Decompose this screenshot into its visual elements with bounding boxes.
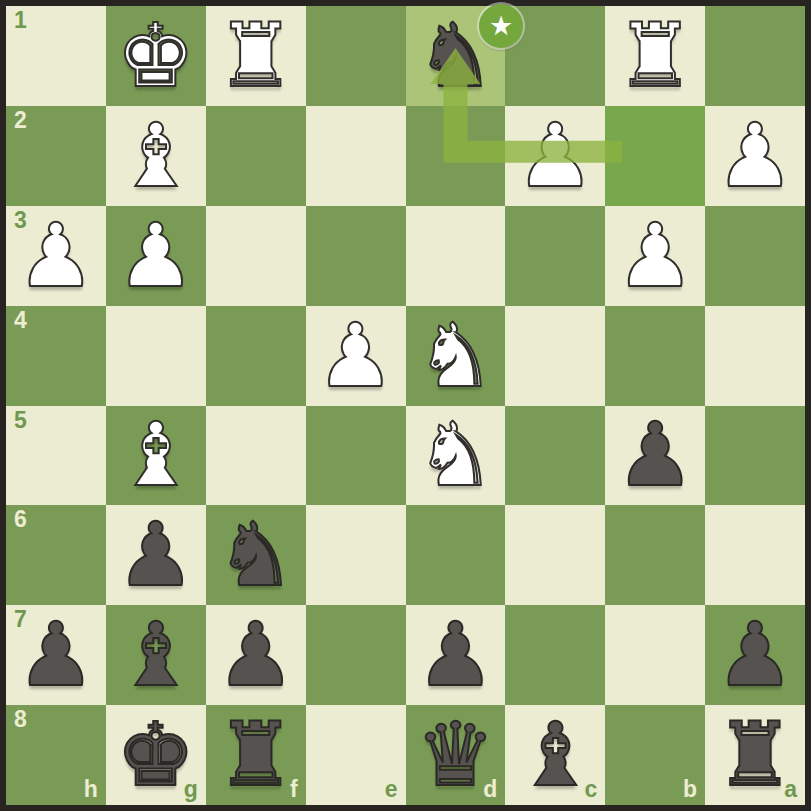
piece-white-pawn[interactable]: ♟: [716, 112, 795, 200]
square-c6[interactable]: [505, 505, 605, 605]
square-a8[interactable]: a♜: [705, 705, 805, 805]
square-d6[interactable]: [406, 505, 506, 605]
square-c8[interactable]: c♝: [505, 705, 605, 805]
square-f1[interactable]: ♜: [206, 6, 306, 106]
square-e7[interactable]: [306, 605, 406, 705]
square-a3[interactable]: [705, 206, 805, 306]
square-h2[interactable]: 2: [6, 106, 106, 206]
piece-white-bishop[interactable]: ♝: [116, 411, 195, 499]
square-d2[interactable]: [406, 106, 506, 206]
file-label-e: e: [385, 778, 398, 801]
rank-label-1: 1: [14, 9, 27, 32]
square-h7[interactable]: 7♟: [6, 605, 106, 705]
piece-white-pawn[interactable]: ♟: [316, 312, 395, 400]
piece-white-king[interactable]: ♚: [116, 12, 195, 100]
square-c2[interactable]: ♟: [505, 106, 605, 206]
square-g6[interactable]: ♟: [106, 505, 206, 605]
piece-white-pawn[interactable]: ♟: [616, 212, 695, 300]
square-d3[interactable]: [406, 206, 506, 306]
square-f7[interactable]: ♟: [206, 605, 306, 705]
piece-black-rook[interactable]: ♜: [216, 711, 295, 799]
square-a4[interactable]: [705, 306, 805, 406]
piece-white-pawn[interactable]: ♟: [516, 112, 595, 200]
square-d8[interactable]: d♛: [406, 705, 506, 805]
piece-black-pawn[interactable]: ♟: [16, 611, 95, 699]
square-h5[interactable]: 5: [6, 406, 106, 506]
square-h6[interactable]: 6: [6, 505, 106, 605]
square-b5[interactable]: ♟: [605, 406, 705, 506]
piece-black-pawn[interactable]: ♟: [416, 611, 495, 699]
piece-white-rook[interactable]: ♜: [216, 12, 295, 100]
square-b2[interactable]: [605, 106, 705, 206]
rank-label-6: 6: [14, 508, 27, 531]
square-c4[interactable]: [505, 306, 605, 406]
piece-white-knight[interactable]: ♞: [416, 411, 495, 499]
square-g5[interactable]: ♝: [106, 406, 206, 506]
square-a6[interactable]: [705, 505, 805, 605]
piece-black-knight[interactable]: ♞: [216, 511, 295, 599]
best-move-badge: ★: [479, 4, 523, 48]
square-b3[interactable]: ♟: [605, 206, 705, 306]
file-label-h: h: [84, 778, 98, 801]
square-g3[interactable]: ♟: [106, 206, 206, 306]
square-b4[interactable]: [605, 306, 705, 406]
square-e2[interactable]: [306, 106, 406, 206]
rank-label-5: 5: [14, 409, 27, 432]
square-e6[interactable]: [306, 505, 406, 605]
rank-label-8: 8: [14, 708, 27, 731]
square-f8[interactable]: f♜: [206, 705, 306, 805]
square-g7[interactable]: ♝: [106, 605, 206, 705]
rank-label-4: 4: [14, 309, 27, 332]
square-d7[interactable]: ♟: [406, 605, 506, 705]
piece-white-knight[interactable]: ♞: [416, 312, 495, 400]
file-label-b: b: [683, 778, 697, 801]
square-f5[interactable]: [206, 406, 306, 506]
piece-white-bishop[interactable]: ♝: [116, 112, 195, 200]
square-e1[interactable]: [306, 6, 406, 106]
piece-black-pawn[interactable]: ♟: [616, 411, 695, 499]
piece-black-bishop[interactable]: ♝: [516, 711, 595, 799]
square-a7[interactable]: ♟: [705, 605, 805, 705]
square-c7[interactable]: [505, 605, 605, 705]
square-h3[interactable]: 3♟: [6, 206, 106, 306]
square-h4[interactable]: 4: [6, 306, 106, 406]
square-f3[interactable]: [206, 206, 306, 306]
square-g8[interactable]: g♚: [106, 705, 206, 805]
square-e5[interactable]: [306, 406, 406, 506]
piece-black-queen[interactable]: ♛: [416, 711, 495, 799]
piece-black-bishop[interactable]: ♝: [116, 611, 195, 699]
square-b6[interactable]: [605, 505, 705, 605]
square-a5[interactable]: [705, 406, 805, 506]
square-a2[interactable]: ♟: [705, 106, 805, 206]
square-e4[interactable]: ♟: [306, 306, 406, 406]
star-icon: ★: [489, 12, 513, 39]
square-c3[interactable]: [505, 206, 605, 306]
square-g4[interactable]: [106, 306, 206, 406]
square-g2[interactable]: ♝: [106, 106, 206, 206]
square-h8[interactable]: 8h: [6, 705, 106, 805]
square-b7[interactable]: [605, 605, 705, 705]
square-d5[interactable]: ♞: [406, 406, 506, 506]
square-a1[interactable]: [705, 6, 805, 106]
piece-black-pawn[interactable]: ♟: [216, 611, 295, 699]
square-e3[interactable]: [306, 206, 406, 306]
square-b1[interactable]: ♜: [605, 6, 705, 106]
rank-label-2: 2: [14, 109, 27, 132]
square-g1[interactable]: ♚: [106, 6, 206, 106]
chess-app-stage: 1♚♜♞♜2♝♟♟3♟♟♟4♟♞5♝♞♟6♟♞7♟♝♟♟♟8hg♚f♜ed♛c♝…: [0, 0, 811, 811]
piece-black-rook[interactable]: ♜: [716, 711, 795, 799]
square-f2[interactable]: [206, 106, 306, 206]
square-h1[interactable]: 1: [6, 6, 106, 106]
chess-board: 1♚♜♞♜2♝♟♟3♟♟♟4♟♞5♝♞♟6♟♞7♟♝♟♟♟8hg♚f♜ed♛c♝…: [6, 6, 805, 805]
piece-white-pawn[interactable]: ♟: [116, 212, 195, 300]
square-f6[interactable]: ♞: [206, 505, 306, 605]
piece-black-king[interactable]: ♚: [116, 711, 195, 799]
square-c5[interactable]: [505, 406, 605, 506]
piece-white-rook[interactable]: ♜: [616, 12, 695, 100]
square-d4[interactable]: ♞: [406, 306, 506, 406]
piece-black-pawn[interactable]: ♟: [116, 511, 195, 599]
piece-white-pawn[interactable]: ♟: [16, 212, 95, 300]
square-b8[interactable]: b: [605, 705, 705, 805]
square-f4[interactable]: [206, 306, 306, 406]
square-e8[interactable]: e: [306, 705, 406, 805]
piece-black-pawn[interactable]: ♟: [716, 611, 795, 699]
